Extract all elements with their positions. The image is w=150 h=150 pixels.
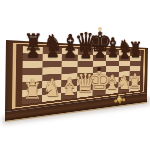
square-f1: [105, 87, 117, 94]
square-a7: [22, 53, 43, 60]
square-e1: [92, 89, 106, 96]
square-c1: [60, 91, 77, 99]
chess-set-photo: ♜♞♝♛♚♝♞♜♟♟♟♟♟♟♟♟♟♟♟♟♟♟♟♟♜♞♝♛♚♝♞♜: [0, 0, 150, 150]
square-b1: [42, 93, 61, 102]
square-h1: [129, 85, 139, 91]
square-d1: [77, 90, 92, 98]
square-a1: [21, 95, 42, 104]
square-b7: [43, 54, 62, 61]
black-king-finial: [98, 27, 102, 31]
latch-knob: [117, 97, 123, 103]
brass-latch-icon: [112, 93, 125, 105]
square-g1: [118, 86, 129, 92]
